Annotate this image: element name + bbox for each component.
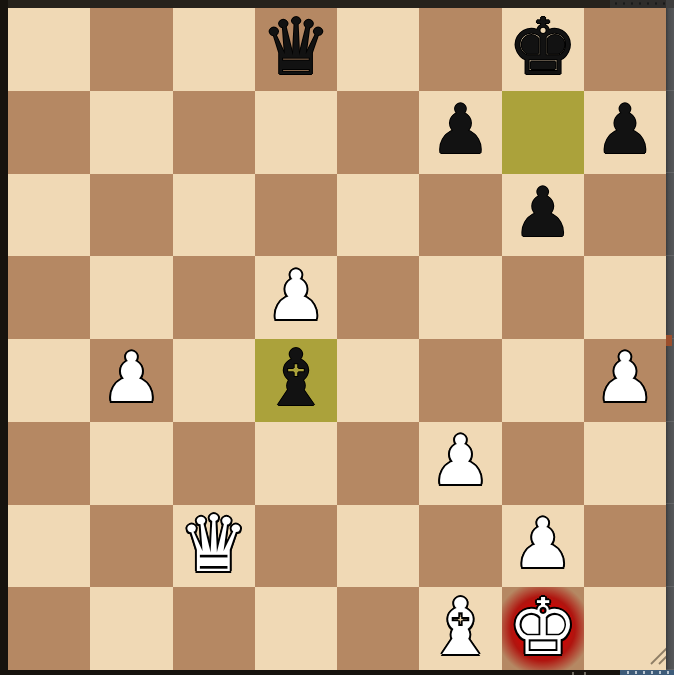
piece-black-pawn[interactable]: ♟ <box>512 179 573 247</box>
square-h4[interactable]: ♟ <box>584 339 666 422</box>
square-d1[interactable] <box>255 587 337 670</box>
square-a2[interactable] <box>8 505 90 588</box>
square-g4[interactable] <box>502 339 584 422</box>
square-a7[interactable] <box>8 91 90 174</box>
square-e3[interactable] <box>337 422 419 505</box>
square-g5[interactable] <box>502 256 584 339</box>
square-a4[interactable] <box>8 339 90 422</box>
square-g3[interactable] <box>502 422 584 505</box>
square-g7[interactable] <box>502 91 584 174</box>
square-h3[interactable] <box>584 422 666 505</box>
square-e2[interactable] <box>337 505 419 588</box>
square-f1[interactable]: ♝ <box>419 587 501 670</box>
piece-white-queen[interactable]: ♛ <box>179 505 249 583</box>
app-window: ♛♚♟♟♟♟♟♝♟♟♛♟♝♚ <box>0 0 674 675</box>
square-d8[interactable]: ♛ <box>255 8 337 91</box>
piece-white-bishop[interactable]: ♝ <box>425 588 495 666</box>
square-f4[interactable] <box>419 339 501 422</box>
taskbar-chip <box>620 670 674 675</box>
square-b5[interactable] <box>90 256 172 339</box>
piece-white-pawn[interactable]: ♟ <box>430 427 491 495</box>
square-d3[interactable] <box>255 422 337 505</box>
square-d5[interactable]: ♟ <box>255 256 337 339</box>
piece-white-pawn[interactable]: ♟ <box>101 344 162 412</box>
square-b3[interactable] <box>90 422 172 505</box>
square-h2[interactable] <box>584 505 666 588</box>
square-c1[interactable] <box>173 587 255 670</box>
square-c6[interactable] <box>173 174 255 257</box>
scrollbar-marker <box>666 335 672 346</box>
piece-black-pawn[interactable]: ♟ <box>594 96 655 164</box>
piece-black-queen[interactable]: ♛ <box>261 8 331 86</box>
piece-white-pawn[interactable]: ♟ <box>594 344 655 412</box>
square-e4[interactable] <box>337 339 419 422</box>
square-b1[interactable] <box>90 587 172 670</box>
drag-handle-dots <box>610 0 666 8</box>
square-g6[interactable]: ♟ <box>502 174 584 257</box>
square-a8[interactable] <box>8 8 90 91</box>
square-e7[interactable] <box>337 91 419 174</box>
square-f7[interactable]: ♟ <box>419 91 501 174</box>
square-a1[interactable] <box>8 587 90 670</box>
square-e6[interactable] <box>337 174 419 257</box>
square-c8[interactable] <box>173 8 255 91</box>
window-top-edge <box>0 0 674 8</box>
status-bar <box>0 670 674 675</box>
square-f6[interactable] <box>419 174 501 257</box>
square-b4[interactable]: ♟ <box>90 339 172 422</box>
square-c5[interactable] <box>173 256 255 339</box>
square-e1[interactable] <box>337 587 419 670</box>
square-b8[interactable] <box>90 8 172 91</box>
chess-board[interactable]: ♛♚♟♟♟♟♟♝♟♟♛♟♝♚ <box>8 8 666 670</box>
window-top-corner <box>666 0 674 8</box>
square-a5[interactable] <box>8 256 90 339</box>
square-g1[interactable]: ♚ <box>502 587 584 670</box>
square-h6[interactable] <box>584 174 666 257</box>
square-h7[interactable]: ♟ <box>584 91 666 174</box>
square-f8[interactable] <box>419 8 501 91</box>
scrollbar[interactable] <box>666 8 674 670</box>
piece-white-pawn[interactable]: ♟ <box>512 510 573 578</box>
piece-black-king[interactable]: ♚ <box>508 8 578 86</box>
square-f5[interactable] <box>419 256 501 339</box>
square-b7[interactable] <box>90 91 172 174</box>
square-g8[interactable]: ♚ <box>502 8 584 91</box>
square-d2[interactable] <box>255 505 337 588</box>
square-c2[interactable]: ♛ <box>173 505 255 588</box>
square-b2[interactable] <box>90 505 172 588</box>
window-left-edge <box>0 0 8 675</box>
square-a3[interactable] <box>8 422 90 505</box>
piece-white-king[interactable]: ♚ <box>508 588 578 666</box>
piece-white-pawn[interactable]: ♟ <box>265 262 326 330</box>
piece-black-bishop[interactable]: ♝ <box>261 339 331 417</box>
square-c3[interactable] <box>173 422 255 505</box>
square-c7[interactable] <box>173 91 255 174</box>
square-e8[interactable] <box>337 8 419 91</box>
square-h5[interactable] <box>584 256 666 339</box>
square-c4[interactable] <box>173 339 255 422</box>
square-f2[interactable] <box>419 505 501 588</box>
square-h8[interactable] <box>584 8 666 91</box>
square-d4[interactable]: ♝ <box>255 339 337 422</box>
square-e5[interactable] <box>337 256 419 339</box>
square-f3[interactable]: ♟ <box>419 422 501 505</box>
square-b6[interactable] <box>90 174 172 257</box>
square-a6[interactable] <box>8 174 90 257</box>
square-d6[interactable] <box>255 174 337 257</box>
square-d7[interactable] <box>255 91 337 174</box>
piece-black-pawn[interactable]: ♟ <box>430 96 491 164</box>
taskbar-chip-clipped-text <box>627 671 669 674</box>
square-g2[interactable]: ♟ <box>502 505 584 588</box>
